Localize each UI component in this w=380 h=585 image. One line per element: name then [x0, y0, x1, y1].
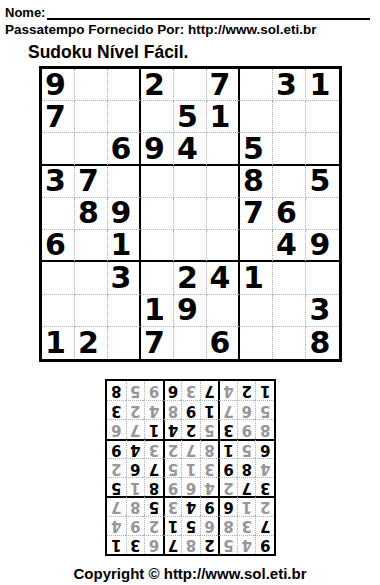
puzzle-cell-r2c4[interactable]: [141, 101, 174, 133]
solution-cell-r3c2: 1: [236, 496, 255, 515]
solution-cell-r4c7: 8: [144, 477, 163, 496]
puzzle-cell-r4c9[interactable]: 5: [306, 166, 339, 198]
puzzle-cell-r1c7[interactable]: [240, 69, 273, 101]
puzzle-cell-r5c4[interactable]: [141, 198, 174, 230]
solution-cell-r6c4: 8: [199, 439, 218, 458]
copyright-text: Copyright © http://www.sol.eti.br: [0, 565, 380, 584]
puzzle-cell-r7c5[interactable]: 2: [174, 262, 207, 294]
puzzle-cell-r9c8[interactable]: [273, 327, 306, 359]
solution-cell-r8c1: 5: [255, 400, 274, 419]
sudoku-puzzle-board[interactable]: 927317516945378589766149324119312768: [39, 66, 342, 362]
puzzle-cell-r9c9[interactable]: 8: [306, 327, 339, 359]
solution-cell-r7c8: 7: [125, 419, 144, 438]
puzzle-cell-r8c1[interactable]: [42, 295, 75, 327]
puzzle-cell-r5c6[interactable]: [207, 198, 240, 230]
puzzle-cell-r6c4[interactable]: [141, 230, 174, 262]
puzzle-cell-r9c5[interactable]: [174, 327, 207, 359]
solution-cell-r2c1: 7: [255, 516, 274, 535]
solution-cell-r6c6: 2: [162, 439, 181, 458]
puzzle-cell-r5c2[interactable]: 8: [75, 198, 108, 230]
puzzle-cell-r1c9[interactable]: 1: [306, 69, 339, 101]
solution-cell-r8c8: 2: [125, 400, 144, 419]
puzzle-cell-r4c8[interactable]: [273, 166, 306, 198]
solution-cell-r5c4: 3: [199, 458, 218, 477]
solution-cell-r1c2: 4: [236, 535, 255, 554]
solution-cell-r2c6: 1: [162, 516, 181, 535]
solution-cell-r9c1: 1: [255, 381, 274, 400]
solution-cell-r9c6: 6: [162, 381, 181, 400]
solution-cell-r6c9: 9: [107, 439, 126, 458]
solution-cell-r3c8: 8: [125, 496, 144, 515]
solution-cell-r4c5: 6: [181, 477, 200, 496]
puzzle-cell-r1c1[interactable]: 9: [42, 69, 75, 101]
puzzle-cell-r5c5[interactable]: [174, 198, 207, 230]
puzzle-cell-r7c4[interactable]: [141, 262, 174, 294]
puzzle-cell-r2c7[interactable]: [240, 101, 273, 133]
puzzle-cell-r4c3[interactable]: [108, 166, 141, 198]
solution-cell-r3c9: 7: [107, 496, 126, 515]
solution-cell-r6c5: 7: [181, 439, 200, 458]
puzzle-cell-r6c5[interactable]: [174, 230, 207, 262]
puzzle-cell-r7c6[interactable]: 4: [207, 262, 240, 294]
puzzle-cell-r3c8[interactable]: [273, 133, 306, 165]
puzzle-cell-r4c5[interactable]: [174, 166, 207, 198]
solution-cell-r3c1: 2: [255, 496, 274, 515]
puzzle-cell-r4c7[interactable]: 8: [240, 166, 273, 198]
solution-cell-r2c7: 2: [144, 516, 163, 535]
solution-cell-r2c4: 6: [199, 516, 218, 535]
puzzle-cell-r3c7[interactable]: 5: [240, 133, 273, 165]
solution-cell-r8c9: 3: [107, 400, 126, 419]
solution-cell-r4c4: 4: [199, 477, 218, 496]
solution-cell-r9c8: 5: [125, 381, 144, 400]
solution-cell-r3c5: 4: [181, 496, 200, 515]
puzzle-cell-r5c7[interactable]: 7: [240, 198, 273, 230]
puzzle-cell-r9c4[interactable]: 7: [141, 327, 174, 359]
puzzle-cell-r8c5[interactable]: 9: [174, 295, 207, 327]
puzzle-cell-r4c6[interactable]: [207, 166, 240, 198]
solution-cell-r9c2: 2: [236, 381, 255, 400]
solution-cell-r8c6: 8: [162, 400, 181, 419]
solution-cell-r1c3: 5: [218, 535, 237, 554]
puzzle-cell-r1c3[interactable]: [108, 69, 141, 101]
puzzle-cell-r5c9[interactable]: [306, 198, 339, 230]
solution-cell-r6c8: 4: [125, 439, 144, 458]
puzzle-cell-r8c6[interactable]: [207, 295, 240, 327]
puzzle-cell-r2c9[interactable]: [306, 101, 339, 133]
solution-cell-r6c7: 3: [144, 439, 163, 458]
puzzle-cell-r1c5[interactable]: [174, 69, 207, 101]
puzzle-cell-r8c2[interactable]: [75, 295, 108, 327]
solution-cell-r7c5: 2: [181, 419, 200, 438]
puzzle-cell-r3c4[interactable]: 9: [141, 133, 174, 165]
puzzle-cell-r9c1[interactable]: 1: [42, 327, 75, 359]
solution-cell-r7c1: 8: [255, 419, 274, 438]
solution-cell-r1c8: 3: [125, 535, 144, 554]
solution-cell-r7c2: 9: [236, 419, 255, 438]
solution-cell-r9c7: 9: [144, 381, 163, 400]
name-label: Nome:: [5, 5, 45, 20]
sudoku-solution-board-rotated-180: 9452876317386512942169435873724698154893…: [105, 379, 276, 556]
solution-cell-r4c2: 7: [236, 477, 255, 496]
solution-cell-r2c2: 3: [236, 516, 255, 535]
puzzle-cell-r3c5[interactable]: 4: [174, 133, 207, 165]
solution-cell-r9c4: 7: [199, 381, 218, 400]
solution-cell-r5c2: 8: [236, 458, 255, 477]
puzzle-cell-r7c3[interactable]: 3: [108, 262, 141, 294]
puzzle-cell-r8c9[interactable]: 3: [306, 295, 339, 327]
puzzle-cell-r2c6[interactable]: 1: [207, 101, 240, 133]
solution-cell-r7c3: 3: [218, 419, 237, 438]
puzzle-cell-r4c1[interactable]: 3: [42, 166, 75, 198]
solution-cell-r7c7: 1: [144, 419, 163, 438]
solution-cell-r7c6: 4: [162, 419, 181, 438]
puzzle-cell-r6c3[interactable]: 1: [108, 230, 141, 262]
puzzle-cell-r7c8[interactable]: [273, 262, 306, 294]
puzzle-cell-r4c2[interactable]: 7: [75, 166, 108, 198]
solution-cell-r2c9: 4: [107, 516, 126, 535]
solution-cell-r5c9: 2: [107, 458, 126, 477]
solution-cell-r9c3: 4: [218, 381, 237, 400]
puzzle-cell-r2c2[interactable]: [75, 101, 108, 133]
provided-by-text: Passatempo Fornecido Por: http://www.sol…: [5, 22, 375, 39]
puzzle-cell-r2c8[interactable]: [273, 101, 306, 133]
puzzle-cell-r9c2[interactable]: 2: [75, 327, 108, 359]
puzzle-cell-r8c3[interactable]: [108, 295, 141, 327]
puzzle-cell-r9c7[interactable]: [240, 327, 273, 359]
solution-cell-r9c5: 3: [181, 381, 200, 400]
puzzle-cell-r3c3[interactable]: 6: [108, 133, 141, 165]
puzzle-cell-r9c3[interactable]: [108, 327, 141, 359]
puzzle-cell-r6c7[interactable]: [240, 230, 273, 262]
solution-cell-r5c6: 5: [162, 458, 181, 477]
puzzle-cell-r3c2[interactable]: [75, 133, 108, 165]
solution-cell-r4c6: 9: [162, 477, 181, 496]
solution-cell-r9c9: 8: [107, 381, 126, 400]
solution-cell-r6c3: 1: [218, 439, 237, 458]
solution-cell-r8c7: 4: [144, 400, 163, 419]
solution-cell-r4c3: 2: [218, 477, 237, 496]
puzzle-cell-r8c4[interactable]: 1: [141, 295, 174, 327]
solution-cell-r5c1: 4: [255, 458, 274, 477]
solution-cell-r1c4: 2: [199, 535, 218, 554]
puzzle-cell-r1c4[interactable]: 2: [141, 69, 174, 101]
puzzle-cell-r9c6[interactable]: 6: [207, 327, 240, 359]
solution-cell-r5c5: 1: [181, 458, 200, 477]
solution-cell-r4c1: 3: [255, 477, 274, 496]
puzzle-cell-r1c2[interactable]: [75, 69, 108, 101]
puzzle-cell-r4c4[interactable]: [141, 166, 174, 198]
solution-cell-r2c8: 9: [125, 516, 144, 535]
puzzle-cell-r2c1[interactable]: 7: [42, 101, 75, 133]
solution-cell-r3c4: 9: [199, 496, 218, 515]
puzzle-cell-r6c8[interactable]: 4: [273, 230, 306, 262]
puzzle-cell-r5c3[interactable]: 9: [108, 198, 141, 230]
puzzle-cell-r5c8[interactable]: 6: [273, 198, 306, 230]
puzzle-cell-r2c3[interactable]: [108, 101, 141, 133]
solution-cell-r8c3: 7: [218, 400, 237, 419]
puzzle-cell-r6c1[interactable]: 6: [42, 230, 75, 262]
puzzle-cell-r8c7[interactable]: [240, 295, 273, 327]
solution-cell-r1c6: 7: [162, 535, 181, 554]
solution-cell-r5c3: 9: [218, 458, 237, 477]
puzzle-cell-r5c1[interactable]: [42, 198, 75, 230]
puzzle-cell-r7c9[interactable]: [306, 262, 339, 294]
page-title: Sudoku Nível Fácil.: [28, 42, 380, 65]
puzzle-cell-r7c1[interactable]: [42, 262, 75, 294]
solution-cell-r4c9: 5: [107, 477, 126, 496]
solution-cell-r2c5: 5: [181, 516, 200, 535]
puzzle-cell-r6c9[interactable]: 9: [306, 230, 339, 262]
puzzle-cell-r1c8[interactable]: 3: [273, 69, 306, 101]
puzzle-cell-r2c5[interactable]: 5: [174, 101, 207, 133]
solution-cell-r6c1: 6: [255, 439, 274, 458]
solution-cell-r7c9: 6: [107, 419, 126, 438]
puzzle-cell-r3c6[interactable]: [207, 133, 240, 165]
puzzle-cell-r3c1[interactable]: [42, 133, 75, 165]
solution-cell-r1c1: 9: [255, 535, 274, 554]
solution-cell-r5c7: 7: [144, 458, 163, 477]
solution-cell-r2c3: 8: [218, 516, 237, 535]
puzzle-cell-r8c8[interactable]: [273, 295, 306, 327]
puzzle-cell-r1c6[interactable]: 7: [207, 69, 240, 101]
solution-cell-r3c6: 3: [162, 496, 181, 515]
solution-cell-r6c2: 5: [236, 439, 255, 458]
solution-cell-r1c5: 8: [181, 535, 200, 554]
puzzle-cell-r6c2[interactable]: [75, 230, 108, 262]
solution-cell-r7c4: 5: [199, 419, 218, 438]
solution-cell-r8c4: 1: [199, 400, 218, 419]
solution-cell-r1c7: 6: [144, 535, 163, 554]
solution-cell-r1c9: 1: [107, 535, 126, 554]
puzzle-cell-r7c7[interactable]: 1: [240, 262, 273, 294]
puzzle-cell-r3c9[interactable]: [306, 133, 339, 165]
solution-cell-r5c8: 6: [125, 458, 144, 477]
name-fill-line[interactable]: [47, 5, 370, 20]
name-row: Nome:: [5, 3, 370, 20]
puzzle-cell-r6c6[interactable]: [207, 230, 240, 262]
solution-cell-r8c5: 9: [181, 400, 200, 419]
solution-cell-r4c8: 1: [125, 477, 144, 496]
sudoku-worksheet-page: Nome: Passatempo Fornecido Por: http://w…: [0, 3, 380, 585]
solution-cell-r3c3: 6: [218, 496, 237, 515]
solution-cell-r8c2: 6: [236, 400, 255, 419]
puzzle-cell-r7c2[interactable]: [75, 262, 108, 294]
solution-cell-r3c7: 5: [144, 496, 163, 515]
